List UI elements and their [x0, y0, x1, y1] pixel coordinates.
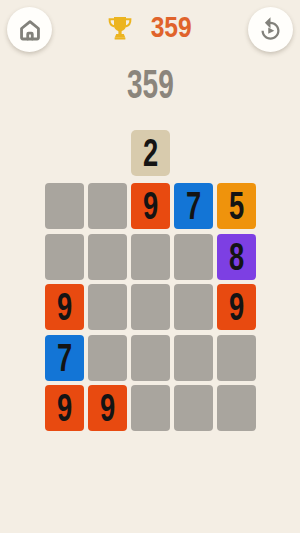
tile-number: 8: [229, 238, 244, 276]
empty-cell-r5c3[interactable]: [131, 385, 170, 431]
tile-number: 7: [57, 339, 72, 377]
empty-cell-r2c2[interactable]: [88, 234, 127, 280]
tile-r5c2-9[interactable]: 9: [88, 385, 127, 431]
empty-cell-r1c2[interactable]: [88, 183, 127, 229]
tile-r1c4-7[interactable]: 7: [174, 183, 213, 229]
empty-cell-r2c1[interactable]: [45, 234, 84, 280]
empty-cell-r3c3[interactable]: [131, 284, 170, 330]
tile-r1c3-9[interactable]: 9: [131, 183, 170, 229]
empty-cell-r3c2[interactable]: [88, 284, 127, 330]
current-score-value: 359: [127, 65, 174, 103]
tile-number: 7: [186, 187, 201, 225]
empty-cell-r4c2[interactable]: [88, 335, 127, 381]
restart-icon: [257, 16, 284, 43]
empty-cell-r2c4[interactable]: [174, 234, 213, 280]
tile-r2c5-8[interactable]: 8: [217, 234, 256, 280]
best-score-value: 359: [150, 11, 191, 44]
empty-cell-r4c4[interactable]: [174, 335, 213, 381]
falling-tile[interactable]: 2: [131, 130, 170, 176]
tile-r3c5-9[interactable]: 9: [217, 284, 256, 330]
trophy-icon: [105, 13, 135, 43]
tile-number: 5: [229, 187, 244, 225]
tile-number: 9: [100, 389, 115, 427]
empty-cell-r5c4[interactable]: [174, 385, 213, 431]
restart-button[interactable]: [248, 7, 293, 52]
falling-tile-number: 2: [143, 134, 158, 172]
tile-r3c1-9[interactable]: 9: [45, 284, 84, 330]
empty-cell-r4c3[interactable]: [131, 335, 170, 381]
tile-number: 9: [57, 389, 72, 427]
board-grid: 975899799: [45, 183, 256, 431]
empty-cell-r2c3[interactable]: [131, 234, 170, 280]
tile-r4c1-7[interactable]: 7: [45, 335, 84, 381]
tile-number: 9: [57, 288, 72, 326]
empty-cell-r1c1[interactable]: [45, 183, 84, 229]
tile-number: 9: [143, 187, 158, 225]
tile-number: 9: [229, 288, 244, 326]
empty-cell-r4c5[interactable]: [217, 335, 256, 381]
tile-r1c5-5[interactable]: 5: [217, 183, 256, 229]
empty-cell-r3c4[interactable]: [174, 284, 213, 330]
empty-cell-r5c5[interactable]: [217, 385, 256, 431]
current-score-row: 359: [0, 65, 300, 103]
home-icon: [17, 17, 43, 43]
tile-r5c1-9[interactable]: 9: [45, 385, 84, 431]
home-button[interactable]: [7, 7, 52, 52]
